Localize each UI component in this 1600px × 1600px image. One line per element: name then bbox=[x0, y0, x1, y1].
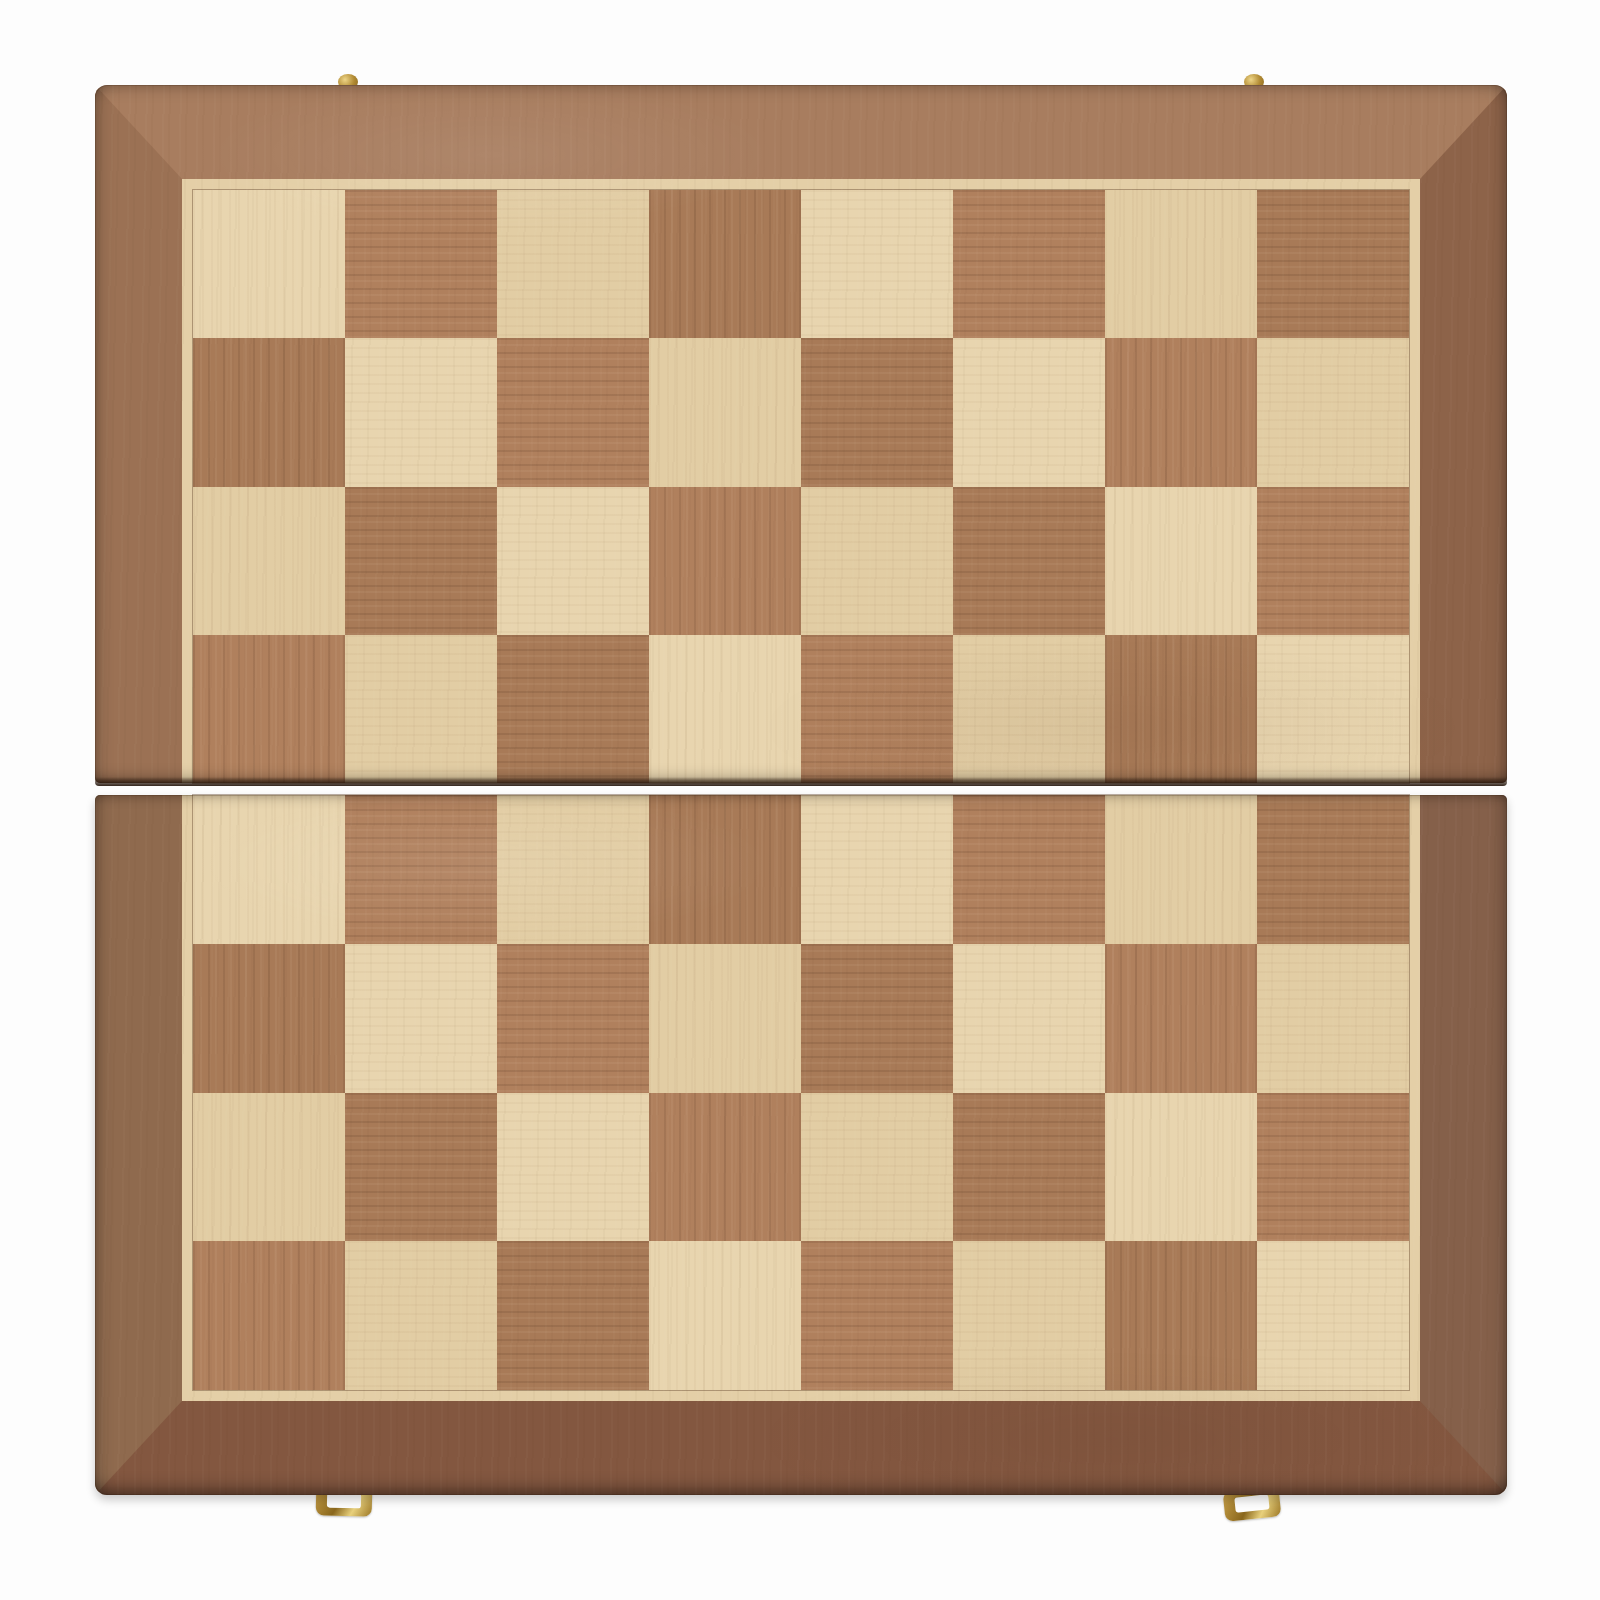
square-g8 bbox=[1105, 190, 1257, 338]
square-e3 bbox=[801, 944, 953, 1093]
square-e2 bbox=[801, 1093, 953, 1242]
square-h2 bbox=[1257, 1093, 1409, 1242]
maple-inlay-border-upper bbox=[182, 179, 1420, 783]
square-f5 bbox=[953, 635, 1105, 783]
square-h6 bbox=[1257, 487, 1409, 635]
board-lower-half bbox=[95, 795, 1507, 1495]
square-g7 bbox=[1105, 338, 1257, 486]
square-a6 bbox=[193, 487, 345, 635]
square-c5 bbox=[497, 635, 649, 783]
square-c4 bbox=[497, 795, 649, 944]
square-f3 bbox=[953, 944, 1105, 1093]
walnut-frame-lower bbox=[95, 795, 1507, 1495]
walnut-frame-upper bbox=[95, 85, 1507, 783]
square-d2 bbox=[649, 1093, 801, 1242]
maple-inlay-border-lower bbox=[182, 795, 1420, 1401]
square-c6 bbox=[497, 487, 649, 635]
square-b5 bbox=[345, 635, 497, 783]
square-c2 bbox=[497, 1093, 649, 1242]
square-f6 bbox=[953, 487, 1105, 635]
square-f2 bbox=[953, 1093, 1105, 1242]
square-h4 bbox=[1257, 795, 1409, 944]
square-f4 bbox=[953, 795, 1105, 944]
square-h5 bbox=[1257, 635, 1409, 783]
square-a7 bbox=[193, 338, 345, 486]
square-a1 bbox=[193, 1241, 345, 1390]
square-g1 bbox=[1105, 1241, 1257, 1390]
square-b1 bbox=[345, 1241, 497, 1390]
square-b6 bbox=[345, 487, 497, 635]
square-a2 bbox=[193, 1093, 345, 1242]
square-d8 bbox=[649, 190, 801, 338]
board-upper-half bbox=[95, 85, 1507, 783]
square-g5 bbox=[1105, 635, 1257, 783]
square-e4 bbox=[801, 795, 953, 944]
square-h7 bbox=[1257, 338, 1409, 486]
square-b7 bbox=[345, 338, 497, 486]
chessboard-product-photo bbox=[0, 0, 1600, 1600]
square-g6 bbox=[1105, 487, 1257, 635]
square-d5 bbox=[649, 635, 801, 783]
square-h1 bbox=[1257, 1241, 1409, 1390]
square-b4 bbox=[345, 795, 497, 944]
square-a5 bbox=[193, 635, 345, 783]
square-h3 bbox=[1257, 944, 1409, 1093]
square-c8 bbox=[497, 190, 649, 338]
square-g4 bbox=[1105, 795, 1257, 944]
fold-seam bbox=[95, 777, 1507, 786]
square-e8 bbox=[801, 190, 953, 338]
square-b2 bbox=[345, 1093, 497, 1242]
square-c7 bbox=[497, 338, 649, 486]
square-e6 bbox=[801, 487, 953, 635]
board-grid-upper bbox=[193, 190, 1409, 783]
square-f1 bbox=[953, 1241, 1105, 1390]
square-e7 bbox=[801, 338, 953, 486]
square-b8 bbox=[345, 190, 497, 338]
square-f7 bbox=[953, 338, 1105, 486]
square-g2 bbox=[1105, 1093, 1257, 1242]
square-a4 bbox=[193, 795, 345, 944]
square-d3 bbox=[649, 944, 801, 1093]
square-b3 bbox=[345, 944, 497, 1093]
square-f8 bbox=[953, 190, 1105, 338]
square-a3 bbox=[193, 944, 345, 1093]
square-a8 bbox=[193, 190, 345, 338]
square-d1 bbox=[649, 1241, 801, 1390]
square-d7 bbox=[649, 338, 801, 486]
square-d4 bbox=[649, 795, 801, 944]
square-c3 bbox=[497, 944, 649, 1093]
square-h8 bbox=[1257, 190, 1409, 338]
board-grid-lower bbox=[193, 795, 1409, 1390]
square-c1 bbox=[497, 1241, 649, 1390]
square-e5 bbox=[801, 635, 953, 783]
square-g3 bbox=[1105, 944, 1257, 1093]
square-e1 bbox=[801, 1241, 953, 1390]
square-d6 bbox=[649, 487, 801, 635]
